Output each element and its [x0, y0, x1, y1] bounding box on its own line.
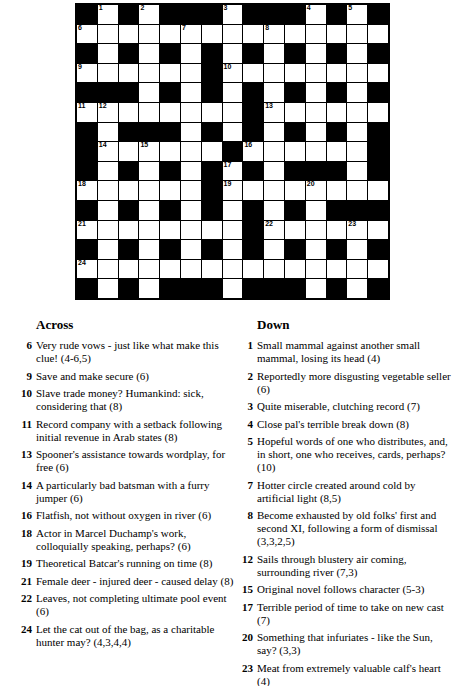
- grid-cell-block: [243, 240, 263, 259]
- grid-cell-r7c6[interactable]: [202, 142, 222, 161]
- grid-cell-r5c4[interactable]: [160, 103, 180, 122]
- grid-cell-r2c13[interactable]: [347, 44, 367, 63]
- clue-down-5: 5Hopeful words of one who distributes, a…: [239, 435, 453, 474]
- clue-text: Sails through blustery air coming, surro…: [257, 553, 453, 579]
- grid-cell-block: [119, 44, 139, 63]
- cell-number: 21: [78, 220, 86, 228]
- grid-cell-r3c13[interactable]: [347, 64, 367, 83]
- clue-number: 3: [239, 400, 253, 413]
- clue-number: 7: [239, 479, 253, 505]
- grid-cell-r13c9[interactable]: [264, 260, 284, 279]
- down-heading: Down: [257, 318, 453, 331]
- clue-text: Become exhausted by old folks' first and…: [257, 509, 453, 548]
- grid-cell-r9c11[interactable]: 20: [306, 181, 326, 200]
- grid-cell-r5c11[interactable]: [306, 103, 326, 122]
- clue-down-8: 8Become exhausted by old folks' first an…: [239, 509, 453, 548]
- grid-cell-r9c2[interactable]: [119, 181, 139, 200]
- grid-cell-block: [368, 44, 388, 63]
- grid-cell-r7c3[interactable]: 15: [139, 142, 159, 161]
- grid-cell-r11c7[interactable]: [223, 221, 243, 240]
- clue-number: 18: [18, 527, 32, 553]
- grid-cell-block: [243, 5, 263, 24]
- grid-cell-r5c1[interactable]: 12: [98, 103, 118, 122]
- grid-cell-r10c9[interactable]: [264, 201, 284, 220]
- grid-cell-block: [202, 279, 222, 298]
- grid-cell-r5c12[interactable]: [327, 103, 347, 122]
- grid-cell-r9c7[interactable]: 19: [223, 181, 243, 200]
- grid-cell-r12c7[interactable]: [223, 240, 243, 259]
- grid-cell-r9c0[interactable]: 18: [77, 181, 97, 200]
- grid-cell-r1c6[interactable]: [202, 25, 222, 44]
- grid-cell-r13c12[interactable]: [327, 260, 347, 279]
- grid-cell-r0c1[interactable]: 1: [98, 5, 118, 24]
- grid-cell-r7c13[interactable]: [347, 142, 367, 161]
- grid-cell-block: [264, 279, 284, 298]
- grid-cell-r1c12[interactable]: [327, 25, 347, 44]
- grid-cell-r9c8[interactable]: [243, 181, 263, 200]
- grid-cell-r3c8[interactable]: [243, 64, 263, 83]
- grid-cell-r0c7[interactable]: 3: [223, 5, 243, 24]
- grid-cell-r4c5[interactable]: [181, 83, 201, 102]
- grid-cell-block: [139, 123, 159, 142]
- grid-cell-r8c7[interactable]: 17: [223, 162, 243, 181]
- grid-cell-r13c0[interactable]: 24: [77, 260, 97, 279]
- grid-cell-block: [160, 162, 180, 181]
- cell-number: 17: [224, 161, 232, 169]
- grid-cell-r3c10[interactable]: [285, 64, 305, 83]
- grid-cell-block: [368, 201, 388, 220]
- clue-number: 16: [18, 509, 32, 522]
- grid-cell-r1c9[interactable]: 8: [264, 25, 284, 44]
- cell-number: 14: [99, 141, 107, 149]
- grid-cell-r7c8[interactable]: 16: [243, 142, 263, 161]
- grid-cell-r9c13[interactable]: [347, 181, 367, 200]
- across-clues-section: Across 6Very rude vows - just like what …: [18, 318, 234, 653]
- clue-text: Hopeful words of one who distributes, an…: [257, 435, 453, 474]
- grid-cell-block: [285, 44, 305, 63]
- clue-across-9: 9Save and make secure (6): [18, 370, 234, 383]
- grid-cell-r9c4[interactable]: [160, 181, 180, 200]
- grid-cell-r9c1[interactable]: [98, 181, 118, 200]
- grid-cell-r11c11[interactable]: [306, 221, 326, 240]
- grid-cell-r10c3[interactable]: [139, 201, 159, 220]
- grid-cell-block: [243, 162, 263, 181]
- grid-cell-r5c9[interactable]: 13: [264, 103, 284, 122]
- grid-cell-block: [285, 279, 305, 298]
- grid-cell-r13c2[interactable]: [119, 260, 139, 279]
- grid-cell-r4c9[interactable]: [264, 83, 284, 102]
- grid-cell-r5c3[interactable]: [139, 103, 159, 122]
- clue-text: Actor in Marcel Duchamp's work, colloqui…: [36, 527, 234, 553]
- grid-cell-r3c3[interactable]: [139, 64, 159, 83]
- clue-across-21: 21Female deer - injured deer - caused de…: [18, 575, 234, 588]
- grid-cell-block: [98, 83, 118, 102]
- clue-across-22: 22Leaves, not completing ultimate pool e…: [18, 592, 234, 618]
- clue-number: 21: [18, 575, 32, 588]
- clue-down-20: 20Something that infuriates - like the S…: [239, 631, 453, 657]
- grid-cell-r8c13[interactable]: [347, 162, 367, 181]
- grid-cell-r1c10[interactable]: [285, 25, 305, 44]
- grid-cell-block: [160, 123, 180, 142]
- grid-cell-r4c3[interactable]: [139, 83, 159, 102]
- clue-text: Female deer - injured deer - caused dela…: [36, 575, 234, 588]
- grid-cell-r8c1[interactable]: [98, 162, 118, 181]
- clue-down-1: 1Small mammal against another small mamm…: [239, 339, 453, 365]
- grid-cell-r11c0[interactable]: 21: [77, 221, 97, 240]
- cell-number: 15: [140, 141, 148, 149]
- grid-cell-block: [202, 201, 222, 220]
- clue-text: Slave trade money? Humankind: sick, cons…: [36, 387, 234, 413]
- grid-cell-block: [160, 83, 180, 102]
- grid-cell-r6c11[interactable]: [306, 123, 326, 142]
- clue-number: 19: [18, 557, 32, 570]
- clue-text: Reportedly more disgusting vegetable sel…: [257, 370, 453, 396]
- clue-across-13: 13Spooner's assistance towards wordplay,…: [18, 448, 234, 474]
- grid-cell-r7c1[interactable]: 14: [98, 142, 118, 161]
- grid-cell-block: [368, 123, 388, 142]
- grid-cell-r11c1[interactable]: [98, 221, 118, 240]
- clue-down-23: 23Meat from extremely valuable calf's he…: [239, 662, 453, 686]
- grid-cell-r5c13[interactable]: [347, 103, 367, 122]
- cell-number: 3: [224, 4, 228, 12]
- grid-cell-r5c10[interactable]: [285, 103, 305, 122]
- cell-number: 9: [78, 63, 82, 71]
- grid-cell-r5c5[interactable]: [181, 103, 201, 122]
- grid-cell-block: [264, 5, 284, 24]
- grid-cell-block: [285, 162, 305, 181]
- clue-down-15: 15Original novel follows character (5-3): [239, 583, 453, 596]
- grid-cell-r0c3[interactable]: 2: [139, 5, 159, 24]
- grid-cell-r11c9[interactable]: 22: [264, 221, 284, 240]
- grid-cell-r7c11[interactable]: [306, 142, 326, 161]
- grid-cell-r13c7[interactable]: [223, 260, 243, 279]
- grid-cell-r11c13[interactable]: 23: [347, 221, 367, 240]
- grid-cell-r11c5[interactable]: [181, 221, 201, 240]
- grid-cell-r2c5[interactable]: [181, 44, 201, 63]
- grid-cell-block: [243, 83, 263, 102]
- across-heading: Across: [36, 318, 234, 331]
- grid-cell-block: [243, 221, 263, 240]
- grid-cell-r6c1[interactable]: [98, 123, 118, 142]
- grid-cell-r3c9[interactable]: [264, 64, 284, 83]
- clue-text: Hotter circle created around cold by art…: [257, 479, 453, 505]
- grid-cell-r7c5[interactable]: [181, 142, 201, 161]
- grid-cell-r11c10[interactable]: [285, 221, 305, 240]
- grid-cell-r9c12[interactable]: [327, 181, 347, 200]
- grid-cell-block: [202, 64, 222, 83]
- clue-across-18: 18Actor in Marcel Duchamp's work, colloq…: [18, 527, 234, 553]
- grid-cell-r12c13[interactable]: [347, 240, 367, 259]
- down-clues-section: Down 1Small mammal against another small…: [239, 318, 453, 686]
- grid-cell-r9c3[interactable]: [139, 181, 159, 200]
- grid-cell-r5c6[interactable]: [202, 103, 222, 122]
- grid-cell-block: [202, 123, 222, 142]
- clue-text: Leaves, not completing ultimate pool eve…: [36, 592, 234, 618]
- grid-cell-r6c13[interactable]: [347, 123, 367, 142]
- grid-cell-block: [77, 83, 97, 102]
- grid-cell-block: [119, 83, 139, 102]
- grid-cell-block: [202, 162, 222, 181]
- grid-cell-r3c1[interactable]: [98, 64, 118, 83]
- grid-cell-block: [285, 83, 305, 102]
- grid-cell-block: [327, 5, 347, 24]
- grid-cell-r11c2[interactable]: [119, 221, 139, 240]
- grid-cell-r13c1[interactable]: [98, 260, 118, 279]
- grid-cell-r4c11[interactable]: [306, 83, 326, 102]
- grid-cell-block: [243, 103, 263, 122]
- grid-cell-r1c3[interactable]: [139, 25, 159, 44]
- grid-cell-block: [77, 279, 97, 298]
- cell-number: 8: [265, 24, 269, 32]
- cell-number: 11: [78, 102, 85, 110]
- grid-cell-r6c5[interactable]: [181, 123, 201, 142]
- grid-cell-r8c5[interactable]: [181, 162, 201, 181]
- cell-number: 5: [348, 4, 352, 12]
- grid-cell-block: [327, 44, 347, 63]
- clue-number: 24: [18, 623, 32, 649]
- grid-cell-r1c7[interactable]: [223, 25, 243, 44]
- grid-cell-r3c0[interactable]: 9: [77, 64, 97, 83]
- grid-cell-block: [368, 142, 388, 161]
- grid-cell-block: [368, 5, 388, 24]
- grid-cell-r13c3[interactable]: [139, 260, 159, 279]
- clue-down-3: 3Quite miserable, clutching record (7): [239, 400, 453, 413]
- grid-cell-r12c3[interactable]: [139, 240, 159, 259]
- grid-cell-r14c11[interactable]: [306, 279, 326, 298]
- grid-cell-block: [181, 5, 201, 24]
- grid-cell-r1c5[interactable]: 7: [181, 25, 201, 44]
- clue-number: 13: [18, 448, 32, 474]
- cell-number: 4: [307, 4, 311, 12]
- grid-cell-block: [119, 279, 139, 298]
- grid-cell-r10c5[interactable]: [181, 201, 201, 220]
- grid-cell-r10c7[interactable]: [223, 201, 243, 220]
- cell-number: 13: [265, 102, 273, 110]
- grid-cell-r13c8[interactable]: [243, 260, 263, 279]
- clue-text: Let the cat out of the bag, as a charita…: [36, 623, 234, 649]
- grid-cell-r2c9[interactable]: [264, 44, 284, 63]
- grid-cell-r6c9[interactable]: [264, 123, 284, 142]
- grid-cell-r2c1[interactable]: [98, 44, 118, 63]
- grid-cell-r3c14[interactable]: [368, 64, 388, 83]
- grid-cell-r12c9[interactable]: [264, 240, 284, 259]
- crossword-grid: 123456789101112131415161718192021222324: [75, 3, 390, 300]
- grid-cell-r13c13[interactable]: [347, 260, 367, 279]
- clue-text: Save and make secure (6): [36, 370, 234, 383]
- grid-cell-r11c3[interactable]: [139, 221, 159, 240]
- grid-cell-r4c13[interactable]: [347, 83, 367, 102]
- grid-cell-r5c2[interactable]: [119, 103, 139, 122]
- grid-cell-r10c1[interactable]: [98, 201, 118, 220]
- grid-cell-r7c9[interactable]: [264, 142, 284, 161]
- clue-number: 2: [239, 370, 253, 396]
- grid-cell-r1c4[interactable]: [160, 25, 180, 44]
- grid-cell-block: [160, 5, 180, 24]
- grid-cell-block: [327, 123, 347, 142]
- clue-text: Quite miserable, clutching record (7): [257, 400, 453, 413]
- grid-cell-r5c7[interactable]: [223, 103, 243, 122]
- grid-cell-r3c7[interactable]: 10: [223, 64, 243, 83]
- grid-cell-block: [202, 5, 222, 24]
- grid-cell-r2c7[interactable]: [223, 44, 243, 63]
- grid-cell-r0c13[interactable]: 5: [347, 5, 367, 24]
- clue-down-17: 17Terrible period of time to take on new…: [239, 601, 453, 627]
- grid-cell-r7c10[interactable]: [285, 142, 305, 161]
- grid-cell-r9c9[interactable]: [264, 181, 284, 200]
- clue-number: 12: [239, 553, 253, 579]
- clue-text: Original novel follows character (5-3): [257, 583, 453, 596]
- grid-cell-r11c14[interactable]: [368, 221, 388, 240]
- grid-cell-block: [285, 5, 305, 24]
- grid-cell-r3c5[interactable]: [181, 64, 201, 83]
- grid-cell-r9c5[interactable]: [181, 181, 201, 200]
- grid-cell-r1c11[interactable]: [306, 25, 326, 44]
- clue-text: A particularly bad batsman with a furry …: [36, 479, 234, 505]
- grid-cell-r10c11[interactable]: [306, 201, 326, 220]
- cell-number: 12: [99, 102, 107, 110]
- grid-cell-block: [119, 240, 139, 259]
- grid-cell-block: [243, 44, 263, 63]
- grid-cell-r12c5[interactable]: [181, 240, 201, 259]
- grid-cell-r7c4[interactable]: [160, 142, 180, 161]
- grid-cell-block: [368, 240, 388, 259]
- grid-cell-block: [368, 162, 388, 181]
- grid-cell-block: [77, 5, 97, 24]
- grid-cell-r13c5[interactable]: [181, 260, 201, 279]
- grid-cell-block: [306, 162, 326, 181]
- grid-cell-block: [77, 44, 97, 63]
- grid-cell-block: [77, 201, 97, 220]
- grid-cell-r3c2[interactable]: [119, 64, 139, 83]
- grid-cell-r12c11[interactable]: [306, 240, 326, 259]
- down-clue-list: 1Small mammal against another small mamm…: [239, 339, 453, 686]
- grid-cell-block: [347, 201, 367, 220]
- cell-number: 16: [244, 141, 252, 149]
- grid-cell-block: [285, 240, 305, 259]
- grid-cell-r6c7[interactable]: [223, 123, 243, 142]
- grid-cell-r3c4[interactable]: [160, 64, 180, 83]
- grid-cell-r14c1[interactable]: [98, 279, 118, 298]
- clue-across-19: 19Theoretical Batcar's running on time (…: [18, 557, 234, 570]
- grid-cell-r5c0[interactable]: 11: [77, 103, 97, 122]
- grid-cell-r14c13[interactable]: [347, 279, 367, 298]
- grid-cell-r13c14[interactable]: [368, 260, 388, 279]
- grid-cell-r13c11[interactable]: [306, 260, 326, 279]
- cell-number: 19: [224, 180, 232, 188]
- grid-cell-block: [160, 240, 180, 259]
- grid-cell-r8c3[interactable]: [139, 162, 159, 181]
- grid-cell-block: [223, 142, 243, 161]
- grid-cell-r11c12[interactable]: [327, 221, 347, 240]
- grid-cell-r7c12[interactable]: [327, 142, 347, 161]
- grid-cell-r1c13[interactable]: [347, 25, 367, 44]
- grid-cell-r2c3[interactable]: [139, 44, 159, 63]
- grid-cell-r14c3[interactable]: [139, 279, 159, 298]
- grid-cell-block: [119, 123, 139, 142]
- grid-cell-block: [327, 201, 347, 220]
- grid-cell-r1c14[interactable]: [368, 25, 388, 44]
- grid-cell-r1c8[interactable]: [243, 25, 263, 44]
- cell-number: 7: [182, 24, 186, 32]
- clue-text: Meat from extremely valuable calf's hear…: [257, 662, 453, 686]
- cell-number: 24: [78, 259, 86, 267]
- clue-down-7: 7Hotter circle created around cold by ar…: [239, 479, 453, 505]
- grid-cell-r5c14[interactable]: [368, 103, 388, 122]
- clue-text: Something that infuriates - like the Sun…: [257, 631, 453, 657]
- clue-down-4: 4Close pal's terrible break down (8): [239, 418, 453, 431]
- clue-number: 1: [239, 339, 253, 365]
- clue-number: 22: [18, 592, 32, 618]
- clue-down-2: 2Reportedly more disgusting vegetable se…: [239, 370, 453, 396]
- cell-number: 18: [78, 180, 86, 188]
- grid-cell-r8c9[interactable]: [264, 162, 284, 181]
- grid-cell-r9c10[interactable]: [285, 181, 305, 200]
- cell-number: 23: [348, 220, 356, 228]
- grid-cell-r2c11[interactable]: [306, 44, 326, 63]
- cell-number: 20: [307, 180, 315, 188]
- grid-cell-r3c12[interactable]: [327, 64, 347, 83]
- grid-cell-r1c1[interactable]: [98, 25, 118, 44]
- clue-text: Record company with a setback following …: [36, 418, 234, 444]
- grid-cell-block: [77, 142, 97, 161]
- grid-cell-block: [77, 240, 97, 259]
- grid-cell-block: [368, 279, 388, 298]
- grid-cell-r9c14[interactable]: [368, 181, 388, 200]
- clue-number: 4: [239, 418, 253, 431]
- clue-number: 20: [239, 631, 253, 657]
- clue-text: Flatfish, not without oxygen in river (6…: [36, 509, 234, 522]
- grid-cell-r1c0[interactable]: 6: [77, 25, 97, 44]
- grid-cell-block: [202, 181, 222, 200]
- clue-number: 8: [239, 509, 253, 548]
- grid-cell-r7c2[interactable]: [119, 142, 139, 161]
- grid-cell-r12c1[interactable]: [98, 240, 118, 259]
- clue-number: 11: [18, 418, 32, 444]
- cell-number: 10: [224, 63, 232, 71]
- cell-number: 1: [99, 4, 103, 12]
- grid-cell-r3c11[interactable]: [306, 64, 326, 83]
- clue-number: 15: [239, 583, 253, 596]
- grid-cell-block: [160, 201, 180, 220]
- grid-cell-block: [77, 162, 97, 181]
- clue-text: Very rude vows - just like what make thi…: [36, 339, 234, 365]
- grid-cell-block: [368, 83, 388, 102]
- grid-cell-r4c7[interactable]: [223, 83, 243, 102]
- grid-cell-r13c10[interactable]: [285, 260, 305, 279]
- clue-number: 23: [239, 662, 253, 686]
- grid-cell-block: [243, 279, 263, 298]
- grid-cell-block: [243, 201, 263, 220]
- grid-cell-block: [119, 162, 139, 181]
- clue-down-12: 12Sails through blustery air coming, sur…: [239, 553, 453, 579]
- clue-number: 5: [239, 435, 253, 474]
- clue-number: 14: [18, 479, 32, 505]
- grid-cell-r11c6[interactable]: [202, 221, 222, 240]
- grid-cell-block: [327, 279, 347, 298]
- grid-cell-block: [160, 44, 180, 63]
- cell-number: 2: [140, 4, 144, 12]
- clue-number: 6: [18, 339, 32, 365]
- grid-cell-r0c11[interactable]: 4: [306, 5, 326, 24]
- grid-cell-r11c4[interactable]: [160, 221, 180, 240]
- clue-number: 17: [239, 601, 253, 627]
- grid-cell-r13c6[interactable]: [202, 260, 222, 279]
- grid-cell-r1c2[interactable]: [119, 25, 139, 44]
- clue-text: Theoretical Batcar's running on time (8): [36, 557, 234, 570]
- grid-cell-r13c4[interactable]: [160, 260, 180, 279]
- clue-text: Small mammal against another small mamma…: [257, 339, 453, 365]
- grid-cell-r14c7[interactable]: [223, 279, 243, 298]
